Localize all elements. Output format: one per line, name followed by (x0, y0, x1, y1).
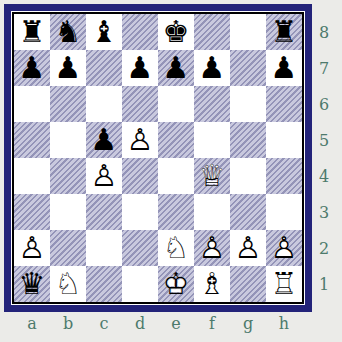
file-label-c: c (86, 311, 122, 335)
square-h3[interactable] (266, 194, 302, 230)
square-f1[interactable]: ♝♗ (194, 266, 230, 302)
black-pawn: ♟ (50, 50, 86, 86)
square-b4[interactable] (50, 158, 86, 194)
white-king: ♚♔ (158, 266, 194, 302)
square-h7[interactable]: ♟ (266, 50, 302, 86)
square-c6[interactable] (86, 86, 122, 122)
square-d7[interactable]: ♟ (122, 50, 158, 86)
rank-label-3: 3 (311, 194, 337, 230)
file-labels: abcdefgh (14, 311, 302, 335)
square-g5[interactable] (230, 122, 266, 158)
white-pawn: ♟♙ (230, 230, 266, 266)
square-d4[interactable] (122, 158, 158, 194)
square-b6[interactable] (50, 86, 86, 122)
square-g7[interactable] (230, 50, 266, 86)
black-pawn: ♟ (14, 50, 50, 86)
square-d2[interactable] (122, 230, 158, 266)
square-d5[interactable]: ♟♙ (122, 122, 158, 158)
black-pawn: ♟ (86, 122, 122, 158)
square-g3[interactable] (230, 194, 266, 230)
black-bishop: ♝ (86, 14, 122, 50)
white-queen: ♛♕ (194, 158, 230, 194)
white-bishop: ♝♗ (194, 266, 230, 302)
square-h2[interactable]: ♟♙ (266, 230, 302, 266)
black-rook: ♜ (14, 14, 50, 50)
square-g6[interactable] (230, 86, 266, 122)
square-a2[interactable]: ♟♙ (14, 230, 50, 266)
black-knight: ♞ (50, 14, 86, 50)
rank-label-5: 5 (311, 122, 337, 158)
square-d1[interactable] (122, 266, 158, 302)
square-e1[interactable]: ♚♔ (158, 266, 194, 302)
rank-label-1: 1 (311, 266, 337, 302)
chess-board-inner-border: ♜♞♝♚♜♟♟♟♟♟♟♟♟♙♟♙♛♕♟♙♞♘♟♙♟♙♟♙♛♞♘♚♔♝♗♜♖ (12, 12, 304, 304)
file-label-a: a (14, 311, 50, 335)
square-e5[interactable] (158, 122, 194, 158)
square-g8[interactable] (230, 14, 266, 50)
white-pawn: ♟♙ (122, 122, 158, 158)
square-b3[interactable] (50, 194, 86, 230)
square-f7[interactable]: ♟ (194, 50, 230, 86)
square-h8[interactable]: ♜ (266, 14, 302, 50)
square-e6[interactable] (158, 86, 194, 122)
square-a8[interactable]: ♜ (14, 14, 50, 50)
black-pawn: ♟ (194, 50, 230, 86)
square-h6[interactable] (266, 86, 302, 122)
square-c3[interactable] (86, 194, 122, 230)
white-pawn: ♟♙ (266, 230, 302, 266)
black-pawn: ♟ (158, 50, 194, 86)
square-c5[interactable]: ♟ (86, 122, 122, 158)
rank-label-6: 6 (311, 86, 337, 122)
square-h4[interactable] (266, 158, 302, 194)
square-e4[interactable] (158, 158, 194, 194)
black-queen: ♛ (14, 266, 50, 302)
file-label-h: h (266, 311, 302, 335)
white-pawn: ♟♙ (194, 230, 230, 266)
square-d3[interactable] (122, 194, 158, 230)
square-a6[interactable] (14, 86, 50, 122)
square-a4[interactable] (14, 158, 50, 194)
chess-board-frame: ♜♞♝♚♜♟♟♟♟♟♟♟♟♙♟♙♛♕♟♙♞♘♟♙♟♙♟♙♛♞♘♚♔♝♗♜♖ (4, 4, 312, 312)
file-label-g: g (230, 311, 266, 335)
file-label-f: f (194, 311, 230, 335)
file-label-d: d (122, 311, 158, 335)
rank-labels: 87654321 (311, 14, 337, 302)
square-c7[interactable] (86, 50, 122, 86)
square-c4[interactable]: ♟♙ (86, 158, 122, 194)
square-g4[interactable] (230, 158, 266, 194)
square-f5[interactable] (194, 122, 230, 158)
square-c1[interactable] (86, 266, 122, 302)
rank-label-8: 8 (311, 14, 337, 50)
square-f8[interactable] (194, 14, 230, 50)
black-king: ♚ (158, 14, 194, 50)
square-f6[interactable] (194, 86, 230, 122)
white-pawn: ♟♙ (14, 230, 50, 266)
chess-board: ♜♞♝♚♜♟♟♟♟♟♟♟♟♙♟♙♛♕♟♙♞♘♟♙♟♙♟♙♛♞♘♚♔♝♗♜♖ (14, 14, 302, 302)
black-pawn: ♟ (266, 50, 302, 86)
square-c8[interactable]: ♝ (86, 14, 122, 50)
square-h1[interactable]: ♜♖ (266, 266, 302, 302)
square-h5[interactable] (266, 122, 302, 158)
square-g2[interactable]: ♟♙ (230, 230, 266, 266)
square-g1[interactable] (230, 266, 266, 302)
square-e8[interactable]: ♚ (158, 14, 194, 50)
square-a5[interactable] (14, 122, 50, 158)
square-b8[interactable]: ♞ (50, 14, 86, 50)
square-b7[interactable]: ♟ (50, 50, 86, 86)
rank-label-4: 4 (311, 158, 337, 194)
square-e2[interactable]: ♞♘ (158, 230, 194, 266)
rank-label-2: 2 (311, 230, 337, 266)
white-pawn: ♟♙ (86, 158, 122, 194)
file-label-b: b (50, 311, 86, 335)
rank-label-7: 7 (311, 50, 337, 86)
black-rook: ♜ (266, 14, 302, 50)
square-c2[interactable] (86, 230, 122, 266)
square-f2[interactable]: ♟♙ (194, 230, 230, 266)
square-b1[interactable]: ♞♘ (50, 266, 86, 302)
square-a3[interactable] (14, 194, 50, 230)
square-b5[interactable] (50, 122, 86, 158)
square-a7[interactable]: ♟ (14, 50, 50, 86)
square-b2[interactable] (50, 230, 86, 266)
square-e7[interactable]: ♟ (158, 50, 194, 86)
black-pawn: ♟ (122, 50, 158, 86)
square-e3[interactable] (158, 194, 194, 230)
white-rook: ♜♖ (266, 266, 302, 302)
square-d8[interactable] (122, 14, 158, 50)
square-a1[interactable]: ♛ (14, 266, 50, 302)
file-label-e: e (158, 311, 194, 335)
square-f3[interactable] (194, 194, 230, 230)
square-f4[interactable]: ♛♕ (194, 158, 230, 194)
white-knight: ♞♘ (158, 230, 194, 266)
white-knight: ♞♘ (50, 266, 86, 302)
square-d6[interactable] (122, 86, 158, 122)
